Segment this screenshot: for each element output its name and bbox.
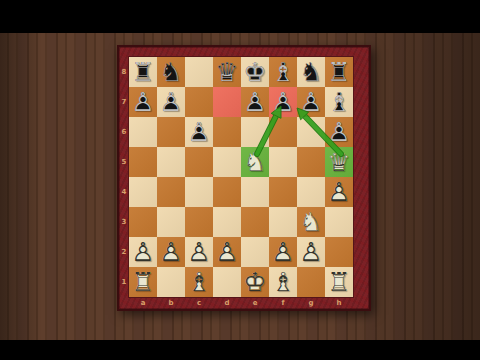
square-g1[interactable] [297, 267, 325, 297]
rank-label: 6 [119, 117, 129, 147]
square-f1[interactable]: ♝♗ [269, 267, 297, 297]
rank-labels: 87654321 [119, 57, 129, 297]
square-e2[interactable] [241, 237, 269, 267]
file-label: c [185, 297, 213, 310]
square-e6[interactable] [241, 117, 269, 147]
square-c7[interactable] [185, 87, 213, 117]
square-c3[interactable] [185, 207, 213, 237]
square-e7[interactable]: ♟♙ [241, 87, 269, 117]
file-label: b [157, 297, 185, 310]
square-d8[interactable]: ♛♕ [213, 57, 241, 87]
rank-label: 2 [119, 237, 129, 267]
rank-label: 4 [119, 177, 129, 207]
square-e5[interactable]: ♞♘ [241, 147, 269, 177]
letterbox-top [0, 0, 480, 33]
square-c2[interactable]: ♟♙ [185, 237, 213, 267]
square-d3[interactable] [213, 207, 241, 237]
square-g4[interactable] [297, 177, 325, 207]
chess-board: 87654321 ♜♖♞♘♛♕♚♔♝♗♞♘♜♖♟♙♟♙♟♙♟♙♟♙♝♗♟♙♟♙♞… [117, 45, 371, 311]
square-f7[interactable]: ♟♙ [269, 87, 297, 117]
square-a5[interactable] [129, 147, 157, 177]
square-c4[interactable] [185, 177, 213, 207]
rank-label: 1 [119, 267, 129, 297]
square-d2[interactable]: ♟♙ [213, 237, 241, 267]
rank-label: 5 [119, 147, 129, 177]
square-f8[interactable]: ♝♗ [269, 57, 297, 87]
square-c8[interactable] [185, 57, 213, 87]
square-a6[interactable] [129, 117, 157, 147]
square-e8[interactable]: ♚♔ [241, 57, 269, 87]
square-b4[interactable] [157, 177, 185, 207]
square-b2[interactable]: ♟♙ [157, 237, 185, 267]
square-g8[interactable]: ♞♘ [297, 57, 325, 87]
video-frame: 87654321 ♜♖♞♘♛♕♚♔♝♗♞♘♜♖♟♙♟♙♟♙♟♙♟♙♝♗♟♙♟♙♞… [0, 0, 480, 360]
square-f5[interactable] [269, 147, 297, 177]
square-g5[interactable] [297, 147, 325, 177]
square-b3[interactable] [157, 207, 185, 237]
square-d1[interactable] [213, 267, 241, 297]
file-label: g [297, 297, 325, 310]
file-label: f [269, 297, 297, 310]
square-e4[interactable] [241, 177, 269, 207]
file-label: a [129, 297, 157, 310]
square-h3[interactable] [325, 207, 353, 237]
board-squares: ♜♖♞♘♛♕♚♔♝♗♞♘♜♖♟♙♟♙♟♙♟♙♟♙♝♗♟♙♟♙♞♘♛♕♟♙♞♘♟♙… [129, 57, 353, 297]
square-b5[interactable] [157, 147, 185, 177]
square-a4[interactable] [129, 177, 157, 207]
square-c6[interactable]: ♟♙ [185, 117, 213, 147]
letterbox-bottom [0, 340, 480, 360]
square-a2[interactable]: ♟♙ [129, 237, 157, 267]
square-g6[interactable] [297, 117, 325, 147]
rank-label: 3 [119, 207, 129, 237]
square-b1[interactable] [157, 267, 185, 297]
square-g7[interactable]: ♟♙ [297, 87, 325, 117]
square-a8[interactable]: ♜♖ [129, 57, 157, 87]
file-label: e [241, 297, 269, 310]
square-b6[interactable] [157, 117, 185, 147]
square-h6[interactable]: ♟♙ [325, 117, 353, 147]
file-label: h [325, 297, 353, 310]
square-c1[interactable]: ♝♗ [185, 267, 213, 297]
square-a7[interactable]: ♟♙ [129, 87, 157, 117]
file-labels: abcdefgh [129, 297, 353, 310]
file-label: d [213, 297, 241, 310]
rank-label: 7 [119, 87, 129, 117]
square-d7[interactable] [213, 87, 241, 117]
square-e1[interactable]: ♚♔ [241, 267, 269, 297]
rank-label: 8 [119, 57, 129, 87]
square-d6[interactable] [213, 117, 241, 147]
square-e3[interactable] [241, 207, 269, 237]
square-f6[interactable] [269, 117, 297, 147]
square-d4[interactable] [213, 177, 241, 207]
square-f3[interactable] [269, 207, 297, 237]
square-h4[interactable]: ♟♙ [325, 177, 353, 207]
square-f2[interactable]: ♟♙ [269, 237, 297, 267]
square-a1[interactable]: ♜♖ [129, 267, 157, 297]
square-h2[interactable] [325, 237, 353, 267]
square-h7[interactable]: ♝♗ [325, 87, 353, 117]
square-b7[interactable]: ♟♙ [157, 87, 185, 117]
square-h1[interactable]: ♜♖ [325, 267, 353, 297]
square-g2[interactable]: ♟♙ [297, 237, 325, 267]
square-c5[interactable] [185, 147, 213, 177]
square-d5[interactable] [213, 147, 241, 177]
square-g3[interactable]: ♞♘ [297, 207, 325, 237]
square-a3[interactable] [129, 207, 157, 237]
square-b8[interactable]: ♞♘ [157, 57, 185, 87]
square-h8[interactable]: ♜♖ [325, 57, 353, 87]
square-f4[interactable] [269, 177, 297, 207]
square-h5[interactable]: ♛♕ [325, 147, 353, 177]
